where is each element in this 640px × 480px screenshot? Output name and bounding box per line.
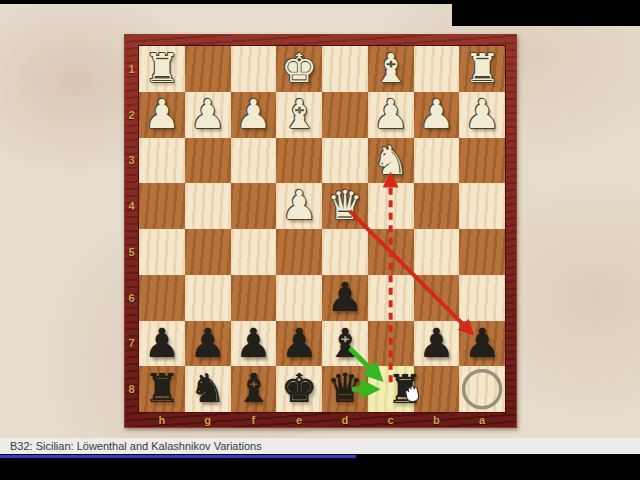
- square-e5[interactable]: [276, 229, 322, 275]
- square-b5[interactable]: [414, 229, 460, 275]
- square-b2[interactable]: ♟: [414, 92, 460, 138]
- white-pawn-e4[interactable]: ♟: [276, 183, 322, 229]
- white-rook-a1[interactable]: ♜: [459, 46, 505, 92]
- square-g6[interactable]: [185, 275, 231, 321]
- square-g4[interactable]: [185, 183, 231, 229]
- black-pawn-a7[interactable]: ♟: [459, 321, 505, 367]
- square-b7[interactable]: ♟: [414, 321, 460, 367]
- square-g2[interactable]: ♟: [185, 92, 231, 138]
- white-pawn-b2[interactable]: ♟: [414, 92, 460, 138]
- square-b1[interactable]: [414, 46, 460, 92]
- square-f5[interactable]: [231, 229, 277, 275]
- square-d6[interactable]: ♟: [322, 275, 368, 321]
- rank-label-4: 4: [124, 183, 139, 229]
- square-a1[interactable]: ♜: [459, 46, 505, 92]
- black-bishop-f8[interactable]: ♝: [231, 366, 277, 412]
- square-c2[interactable]: ♟: [368, 92, 414, 138]
- square-d3[interactable]: [322, 138, 368, 184]
- file-label-e: e: [276, 412, 322, 428]
- white-pawn-c2[interactable]: ♟: [368, 92, 414, 138]
- rank-label-3: 3: [124, 138, 139, 184]
- rank-label-2: 2: [124, 92, 139, 138]
- white-bishop-e2[interactable]: ♝: [276, 92, 322, 138]
- square-f6[interactable]: [231, 275, 277, 321]
- file-label-c: c: [368, 412, 414, 428]
- file-label-a: a: [459, 412, 505, 428]
- square-h3[interactable]: [139, 138, 185, 184]
- square-e7[interactable]: ♟: [276, 321, 322, 367]
- square-a8[interactable]: [459, 366, 505, 412]
- white-pawn-a2[interactable]: ♟: [459, 92, 505, 138]
- rank-label-6: 6: [124, 275, 139, 321]
- square-f7[interactable]: ♟: [231, 321, 277, 367]
- white-pawn-h2[interactable]: ♟: [139, 92, 185, 138]
- square-b3[interactable]: [414, 138, 460, 184]
- hand-cursor-icon: [401, 381, 425, 405]
- rank-label-1: 1: [124, 46, 139, 92]
- file-label-d: d: [322, 412, 368, 428]
- square-a7[interactable]: ♟: [459, 321, 505, 367]
- square-h5[interactable]: [139, 229, 185, 275]
- black-bishop-d7[interactable]: ♝: [322, 321, 368, 367]
- letterbox-top-right: [452, 0, 640, 26]
- square-g8[interactable]: ♞: [185, 366, 231, 412]
- square-f1[interactable]: [231, 46, 277, 92]
- white-queen-d4[interactable]: ♛: [322, 183, 368, 229]
- opening-name-caption: B32: Sicilian: Löwenthal and Kalashnikov…: [10, 440, 262, 452]
- square-f8[interactable]: ♝: [231, 366, 277, 412]
- square-h2[interactable]: ♟: [139, 92, 185, 138]
- square-c4[interactable]: [368, 183, 414, 229]
- status-caption-bar: B32: Sicilian: Löwenthal and Kalashnikov…: [0, 438, 640, 454]
- rank-label-5: 5: [124, 229, 139, 275]
- square-h8[interactable]: ♜: [139, 366, 185, 412]
- square-e8[interactable]: ♚: [276, 366, 322, 412]
- white-pawn-f2[interactable]: ♟: [231, 92, 277, 138]
- black-pawn-h7[interactable]: ♟: [139, 321, 185, 367]
- black-pawn-e7[interactable]: ♟: [276, 321, 322, 367]
- square-h1[interactable]: ♜: [139, 46, 185, 92]
- square-h7[interactable]: ♟: [139, 321, 185, 367]
- square-a2[interactable]: ♟: [459, 92, 505, 138]
- square-e4[interactable]: ♟: [276, 183, 322, 229]
- square-f4[interactable]: [231, 183, 277, 229]
- square-h6[interactable]: [139, 275, 185, 321]
- black-pawn-f7[interactable]: ♟: [231, 321, 277, 367]
- square-c7[interactable]: [368, 321, 414, 367]
- square-e2[interactable]: ♝: [276, 92, 322, 138]
- black-queen-d8[interactable]: ♛: [322, 366, 368, 412]
- square-g5[interactable]: [185, 229, 231, 275]
- file-label-f: f: [231, 412, 277, 428]
- square-g7[interactable]: ♟: [185, 321, 231, 367]
- black-knight-g8[interactable]: ♞: [185, 366, 231, 412]
- square-f3[interactable]: [231, 138, 277, 184]
- black-pawn-d6[interactable]: ♟: [322, 275, 368, 321]
- white-bishop-c1[interactable]: ♝: [368, 46, 414, 92]
- square-h4[interactable]: [139, 183, 185, 229]
- screen: ♜♚♝♜♟♟♟♝♟♟♟♞♟♛♟♟♟♟♟♝♟♟♜♞♝♚♛ 12345678hgfe…: [0, 0, 640, 480]
- square-d5[interactable]: [322, 229, 368, 275]
- square-g3[interactable]: [185, 138, 231, 184]
- square-d1[interactable]: [322, 46, 368, 92]
- white-knight-c3[interactable]: ♞: [368, 138, 414, 184]
- file-label-h: h: [139, 412, 185, 428]
- black-pawn-g7[interactable]: ♟: [185, 321, 231, 367]
- square-d7[interactable]: ♝: [322, 321, 368, 367]
- square-g1[interactable]: [185, 46, 231, 92]
- file-label-g: g: [185, 412, 231, 428]
- square-d8[interactable]: ♛: [322, 366, 368, 412]
- square-b4[interactable]: [414, 183, 460, 229]
- black-king-e8[interactable]: ♚: [276, 366, 322, 412]
- square-e1[interactable]: ♚: [276, 46, 322, 92]
- square-a6[interactable]: [459, 275, 505, 321]
- square-a5[interactable]: [459, 229, 505, 275]
- square-c3[interactable]: ♞: [368, 138, 414, 184]
- square-c5[interactable]: [368, 229, 414, 275]
- caption-underline: [0, 455, 356, 458]
- square-c6[interactable]: [368, 275, 414, 321]
- black-rook-h8[interactable]: ♜: [139, 366, 185, 412]
- square-d4[interactable]: ♛: [322, 183, 368, 229]
- square-f2[interactable]: ♟: [231, 92, 277, 138]
- white-king-e1[interactable]: ♚: [276, 46, 322, 92]
- rank-label-8: 8: [124, 366, 139, 412]
- square-e6[interactable]: [276, 275, 322, 321]
- rank-label-7: 7: [124, 321, 139, 367]
- black-pawn-b7[interactable]: ♟: [414, 321, 460, 367]
- white-rook-h1[interactable]: ♜: [139, 46, 185, 92]
- square-a3[interactable]: [459, 138, 505, 184]
- square-d2[interactable]: [322, 92, 368, 138]
- chess-board[interactable]: ♜♚♝♜♟♟♟♝♟♟♟♞♟♛♟♟♟♟♟♝♟♟♜♞♝♚♛: [139, 46, 505, 412]
- white-pawn-g2[interactable]: ♟: [185, 92, 231, 138]
- square-e3[interactable]: [276, 138, 322, 184]
- square-c1[interactable]: ♝: [368, 46, 414, 92]
- file-label-b: b: [414, 412, 460, 428]
- square-b6[interactable]: [414, 275, 460, 321]
- square-a4[interactable]: [459, 183, 505, 229]
